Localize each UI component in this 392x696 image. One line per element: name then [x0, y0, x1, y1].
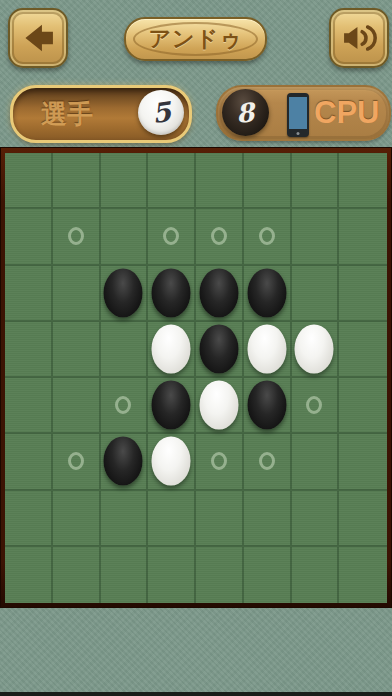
board-cell-g4[interactable] — [292, 322, 340, 378]
legal-move-marker[interactable] — [259, 227, 275, 245]
board-cell-a6[interactable] — [5, 434, 53, 490]
black-disc — [199, 268, 238, 317]
board-cell-d3[interactable] — [148, 266, 196, 322]
white-disc — [152, 437, 191, 486]
board-cell-c8[interactable] — [101, 547, 149, 603]
board-cell-c2[interactable] — [101, 209, 149, 265]
board-cell-g1[interactable] — [292, 153, 340, 209]
legal-move-marker[interactable] — [68, 227, 84, 245]
board-cell-b5[interactable] — [53, 378, 101, 434]
board-cell-b3[interactable] — [53, 266, 101, 322]
black-disc — [247, 268, 286, 317]
board-cell-h5[interactable] — [339, 378, 387, 434]
board-cell-a3[interactable] — [5, 266, 53, 322]
board-cell-d8[interactable] — [148, 547, 196, 603]
black-disc — [152, 381, 191, 430]
board-cell-e5[interactable] — [196, 378, 244, 434]
black-disc — [199, 324, 238, 373]
back-arrow-icon — [16, 16, 60, 60]
board-cell-c6[interactable] — [101, 434, 149, 490]
board-cell-d2[interactable] — [148, 209, 196, 265]
board-cell-g3[interactable] — [292, 266, 340, 322]
board-cell-a5[interactable] — [5, 378, 53, 434]
board-cell-c1[interactable] — [101, 153, 149, 209]
board-cell-h2[interactable] — [339, 209, 387, 265]
board-cell-d4[interactable] — [148, 322, 196, 378]
board-cell-d5[interactable] — [148, 378, 196, 434]
board-cell-g5[interactable] — [292, 378, 340, 434]
board-cell-d6[interactable] — [148, 434, 196, 490]
board-cell-h3[interactable] — [339, 266, 387, 322]
back-button[interactable] — [8, 8, 68, 68]
board-cell-g8[interactable] — [292, 547, 340, 603]
board-cell-a8[interactable] — [5, 547, 53, 603]
sound-button[interactable] — [329, 8, 389, 68]
cpu-label: CPU — [314, 95, 379, 131]
board-cell-e2[interactable] — [196, 209, 244, 265]
othello-board — [0, 147, 392, 608]
board-cell-a7[interactable] — [5, 491, 53, 547]
undo-button-label: アンドゥ — [148, 24, 242, 54]
cpu-score-pill: 8 CPU — [216, 85, 391, 141]
board-cell-c4[interactable] — [101, 322, 149, 378]
speaker-icon — [337, 16, 381, 60]
player-disc-count: 5 — [150, 96, 173, 129]
board-cell-e4[interactable] — [196, 322, 244, 378]
black-disc — [152, 268, 191, 317]
board-cell-b4[interactable] — [53, 322, 101, 378]
board-cell-f8[interactable] — [244, 547, 292, 603]
board-cell-e3[interactable] — [196, 266, 244, 322]
legal-move-marker[interactable] — [68, 452, 84, 470]
board-cell-h8[interactable] — [339, 547, 387, 603]
cpu-black-disc: 8 — [222, 89, 269, 136]
black-disc — [104, 437, 143, 486]
white-disc — [295, 324, 334, 373]
black-disc — [247, 381, 286, 430]
board-cell-h1[interactable] — [339, 153, 387, 209]
board-cell-b6[interactable] — [53, 434, 101, 490]
legal-move-marker[interactable] — [115, 396, 131, 414]
cpu-disc-count: 8 — [235, 97, 256, 129]
board-cell-f3[interactable] — [244, 266, 292, 322]
board-cell-a1[interactable] — [5, 153, 53, 209]
board-cell-e6[interactable] — [196, 434, 244, 490]
board-cell-c7[interactable] — [101, 491, 149, 547]
player-white-disc: 5 — [138, 90, 184, 135]
legal-move-marker[interactable] — [211, 452, 227, 470]
board-cell-f2[interactable] — [244, 209, 292, 265]
smartphone-screen — [289, 97, 307, 129]
legal-move-marker[interactable] — [306, 396, 322, 414]
board-cell-h6[interactable] — [339, 434, 387, 490]
board-cell-f4[interactable] — [244, 322, 292, 378]
board-cell-f5[interactable] — [244, 378, 292, 434]
board-cell-f7[interactable] — [244, 491, 292, 547]
board-cell-b7[interactable] — [53, 491, 101, 547]
legal-move-marker[interactable] — [211, 227, 227, 245]
board-cell-e7[interactable] — [196, 491, 244, 547]
legal-move-marker[interactable] — [163, 227, 179, 245]
board-grid — [5, 153, 387, 603]
board-cell-g2[interactable] — [292, 209, 340, 265]
bottom-edge-bar — [0, 692, 392, 696]
board-cell-a4[interactable] — [5, 322, 53, 378]
white-disc — [152, 324, 191, 373]
player-label: 選手 — [41, 97, 93, 132]
black-disc — [104, 268, 143, 317]
board-cell-b1[interactable] — [53, 153, 101, 209]
board-cell-g6[interactable] — [292, 434, 340, 490]
board-cell-d7[interactable] — [148, 491, 196, 547]
board-cell-e8[interactable] — [196, 547, 244, 603]
board-cell-c3[interactable] — [101, 266, 149, 322]
board-cell-c5[interactable] — [101, 378, 149, 434]
smartphone-icon — [287, 93, 309, 137]
legal-move-marker[interactable] — [259, 452, 275, 470]
board-cell-e1[interactable] — [196, 153, 244, 209]
board-cell-g7[interactable] — [292, 491, 340, 547]
board-cell-b2[interactable] — [53, 209, 101, 265]
white-disc — [247, 324, 286, 373]
board-cell-a2[interactable] — [5, 209, 53, 265]
board-cell-h7[interactable] — [339, 491, 387, 547]
game-screen: アンドゥ 選手 5 8 CPU — [0, 0, 392, 696]
white-disc — [199, 381, 238, 430]
board-cell-f6[interactable] — [244, 434, 292, 490]
board-cell-f1[interactable] — [244, 153, 292, 209]
board-cell-b8[interactable] — [53, 547, 101, 603]
smartphone-home-dot — [297, 132, 300, 135]
undo-button[interactable]: アンドゥ — [124, 17, 267, 61]
player-score-pill: 選手 5 — [10, 85, 192, 143]
board-cell-h4[interactable] — [339, 322, 387, 378]
board-cell-d1[interactable] — [148, 153, 196, 209]
